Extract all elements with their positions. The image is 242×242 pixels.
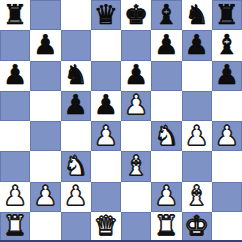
square-a5[interactable] [0,91,30,121]
square-d6[interactable] [91,61,121,91]
square-f7[interactable]: ♟ [151,30,181,60]
square-f8[interactable]: ♝ [151,0,181,30]
piece-black-rook[interactable]: ♜ [3,1,27,28]
square-e3[interactable]: ♝ [121,151,151,181]
square-c4[interactable] [61,121,91,151]
square-h6[interactable]: ♟ [212,61,242,91]
square-g4[interactable]: ♟ [182,121,212,151]
square-e8[interactable]: ♚ [121,0,151,30]
piece-white-pawn[interactable]: ♟ [33,182,57,209]
square-d1[interactable]: ♛ [91,212,121,242]
square-f4[interactable]: ♞ [151,121,181,151]
piece-white-pawn[interactable]: ♟ [3,182,27,209]
square-b4[interactable] [30,121,60,151]
square-a1[interactable]: ♜ [0,212,30,242]
square-b5[interactable] [30,91,60,121]
square-d4[interactable]: ♟ [91,121,121,151]
piece-black-pawn[interactable]: ♟ [64,91,88,118]
piece-white-pawn[interactable]: ♟ [94,122,118,149]
square-g8[interactable]: ♞ [182,0,212,30]
board-grid: ♜♛♚♝♞♜♟♟♟♝♟♞♟♟♟♟♟♟♞♟♟♞♝♟♟♟♟♝♜♛♜♚ [0,0,242,242]
square-c8[interactable] [61,0,91,30]
square-c7[interactable] [61,30,91,60]
square-d5[interactable]: ♟ [91,91,121,121]
square-d3[interactable] [91,151,121,181]
square-a6[interactable]: ♟ [0,61,30,91]
square-h7[interactable]: ♝ [212,30,242,60]
piece-white-pawn[interactable]: ♟ [64,182,88,209]
square-a4[interactable] [0,121,30,151]
square-h5[interactable] [212,91,242,121]
square-a7[interactable] [0,30,30,60]
square-b7[interactable]: ♟ [30,30,60,60]
square-e4[interactable] [121,121,151,151]
piece-black-knight[interactable]: ♞ [64,61,88,88]
square-e5[interactable]: ♟ [121,91,151,121]
piece-black-bishop[interactable]: ♝ [154,1,178,28]
square-e2[interactable] [121,182,151,212]
piece-white-pawn[interactable]: ♟ [154,182,178,209]
square-d2[interactable] [91,182,121,212]
square-f5[interactable] [151,91,181,121]
square-b6[interactable] [30,61,60,91]
square-e7[interactable] [121,30,151,60]
square-c5[interactable]: ♟ [61,91,91,121]
square-g6[interactable] [182,61,212,91]
piece-black-king[interactable]: ♚ [124,1,148,28]
piece-black-pawn[interactable]: ♟ [185,31,209,58]
chess-board: ♜♛♚♝♞♜♟♟♟♝♟♞♟♟♟♟♟♟♞♟♟♞♝♟♟♟♟♝♜♛♜♚ [0,0,242,242]
square-b3[interactable] [30,151,60,181]
piece-black-pawn[interactable]: ♟ [124,61,148,88]
square-h1[interactable] [212,212,242,242]
piece-black-rook[interactable]: ♜ [215,1,239,28]
piece-black-pawn[interactable]: ♟ [154,31,178,58]
piece-white-rook[interactable]: ♜ [154,212,178,239]
square-c3[interactable]: ♞ [61,151,91,181]
piece-black-pawn[interactable]: ♟ [33,31,57,58]
piece-white-bishop[interactable]: ♝ [185,182,209,209]
square-h4[interactable]: ♟ [212,121,242,151]
square-h2[interactable] [212,182,242,212]
square-g5[interactable] [182,91,212,121]
piece-white-king[interactable]: ♚ [185,212,209,239]
piece-black-knight[interactable]: ♞ [185,1,209,28]
square-f3[interactable] [151,151,181,181]
square-g7[interactable]: ♟ [182,30,212,60]
piece-white-rook[interactable]: ♜ [3,212,27,239]
square-d8[interactable]: ♛ [91,0,121,30]
piece-white-pawn[interactable]: ♟ [124,91,148,118]
square-g2[interactable]: ♝ [182,182,212,212]
piece-black-queen[interactable]: ♛ [94,1,118,28]
square-c2[interactable]: ♟ [61,182,91,212]
square-f1[interactable]: ♜ [151,212,181,242]
square-a8[interactable]: ♜ [0,0,30,30]
piece-white-bishop[interactable]: ♝ [124,152,148,179]
square-b8[interactable] [30,0,60,30]
piece-white-knight[interactable]: ♞ [64,152,88,179]
piece-white-pawn[interactable]: ♟ [215,122,239,149]
piece-white-knight[interactable]: ♞ [154,122,178,149]
piece-black-pawn[interactable]: ♟ [94,91,118,118]
square-f2[interactable]: ♟ [151,182,181,212]
square-g1[interactable]: ♚ [182,212,212,242]
square-c6[interactable]: ♞ [61,61,91,91]
square-b1[interactable] [30,212,60,242]
piece-white-queen[interactable]: ♛ [94,212,118,239]
square-h8[interactable]: ♜ [212,0,242,30]
piece-black-bishop[interactable]: ♝ [215,31,239,58]
piece-white-pawn[interactable]: ♟ [185,122,209,149]
square-b2[interactable]: ♟ [30,182,60,212]
piece-black-pawn[interactable]: ♟ [215,61,239,88]
piece-black-pawn[interactable]: ♟ [3,61,27,88]
square-g3[interactable] [182,151,212,181]
square-a3[interactable] [0,151,30,181]
square-c1[interactable] [61,212,91,242]
square-e6[interactable]: ♟ [121,61,151,91]
square-h3[interactable] [212,151,242,181]
square-f6[interactable] [151,61,181,91]
square-d7[interactable] [91,30,121,60]
square-a2[interactable]: ♟ [0,182,30,212]
square-e1[interactable] [121,212,151,242]
